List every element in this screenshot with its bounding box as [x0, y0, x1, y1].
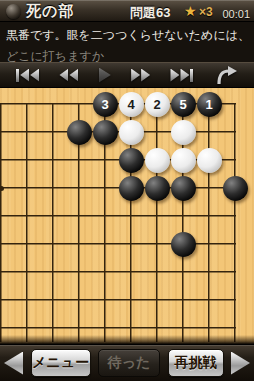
- board-cell[interactable]: [92, 258, 118, 286]
- board-cell[interactable]: [14, 174, 40, 202]
- board-cell[interactable]: [14, 258, 40, 286]
- board-cell[interactable]: [222, 90, 248, 118]
- board-cell[interactable]: [222, 146, 248, 174]
- stone-black: [67, 120, 92, 145]
- board-cell[interactable]: [0, 258, 14, 286]
- play-icon[interactable]: [99, 68, 111, 83]
- board-cell[interactable]: [66, 230, 92, 258]
- star-count: ×3: [199, 5, 213, 19]
- board-cell[interactable]: [118, 202, 144, 230]
- board-cell[interactable]: [0, 202, 14, 230]
- board-cell[interactable]: [40, 286, 66, 314]
- board-cell[interactable]: [222, 258, 248, 286]
- section-title: 死の部: [26, 2, 74, 21]
- board-cell[interactable]: [92, 174, 118, 202]
- board-cell[interactable]: [196, 230, 222, 258]
- stone-black-move-3: 3: [93, 92, 118, 117]
- undo-arrow-icon[interactable]: [214, 65, 238, 85]
- fast-forward-icon[interactable]: [131, 69, 150, 82]
- skip-to-start-icon[interactable]: [16, 69, 39, 82]
- board-cell[interactable]: [170, 118, 196, 146]
- board-cell[interactable]: [0, 118, 14, 146]
- board-cell[interactable]: [66, 90, 92, 118]
- board-cell[interactable]: [118, 118, 144, 146]
- skip-to-end-icon[interactable]: [170, 69, 193, 82]
- app-screen: 死の部 問題63 ★ ×3 00:01 黒番です。眼を二つつくらせないためには、…: [0, 0, 254, 381]
- board-cell[interactable]: [40, 90, 66, 118]
- board-cell[interactable]: [170, 230, 196, 258]
- board-cell[interactable]: [0, 286, 14, 314]
- stone-white: [119, 120, 144, 145]
- board-cell[interactable]: [118, 230, 144, 258]
- rewind-icon[interactable]: [59, 69, 78, 82]
- board-cell[interactable]: [118, 286, 144, 314]
- board-cell[interactable]: [222, 202, 248, 230]
- board-cell[interactable]: [66, 146, 92, 174]
- stone-black: [223, 176, 248, 201]
- prev-arrow-button[interactable]: [4, 352, 23, 375]
- stone-white: [197, 148, 222, 173]
- board-cell[interactable]: [170, 174, 196, 202]
- board-cell[interactable]: [66, 202, 92, 230]
- stone-white: [171, 120, 196, 145]
- board-cell[interactable]: [144, 258, 170, 286]
- board-bottom-shadow: [0, 335, 254, 344]
- retry-button[interactable]: 再挑戦: [168, 349, 224, 377]
- board-cell[interactable]: [144, 174, 170, 202]
- go-board[interactable]: 34251: [0, 88, 254, 344]
- board-cell[interactable]: [92, 202, 118, 230]
- transport-bar: [0, 62, 254, 88]
- board-cell[interactable]: [40, 146, 66, 174]
- stone-black-move-5: 5: [171, 92, 196, 117]
- board-cell[interactable]: 1: [196, 90, 222, 118]
- stone-white: [145, 148, 170, 173]
- board-cell[interactable]: [40, 230, 66, 258]
- board-cell[interactable]: 3: [92, 90, 118, 118]
- board-cell[interactable]: [196, 202, 222, 230]
- star-point: [0, 186, 4, 191]
- board-cell[interactable]: 5: [170, 90, 196, 118]
- star-icon: ★: [184, 3, 197, 19]
- stone-black-move-1: 1: [197, 92, 222, 117]
- board-cell[interactable]: [14, 146, 40, 174]
- board-cell[interactable]: [14, 230, 40, 258]
- board-cell[interactable]: [196, 258, 222, 286]
- board-cell[interactable]: [144, 118, 170, 146]
- board-cell[interactable]: [66, 174, 92, 202]
- timer: 00:01: [222, 8, 250, 20]
- board-cell[interactable]: [0, 146, 14, 174]
- board-cell[interactable]: [40, 118, 66, 146]
- board-cell[interactable]: [92, 118, 118, 146]
- stone-black: [145, 176, 170, 201]
- board-cell[interactable]: [14, 90, 40, 118]
- header-bar: 死の部 問題63 ★ ×3 00:01: [0, 0, 254, 22]
- board-cell[interactable]: [92, 230, 118, 258]
- board-cell[interactable]: [144, 146, 170, 174]
- board-cell[interactable]: [92, 146, 118, 174]
- board-cell[interactable]: [196, 286, 222, 314]
- board-cell[interactable]: 4: [118, 90, 144, 118]
- board-cell[interactable]: [170, 202, 196, 230]
- instruction-line-1: 黒番です。眼を二つつくらせないためには、: [6, 27, 250, 44]
- board-cell[interactable]: [222, 286, 248, 314]
- board-cell[interactable]: [196, 174, 222, 202]
- stone-white-move-2: 2: [145, 92, 170, 117]
- stone-white: [171, 148, 196, 173]
- board-cell[interactable]: [196, 146, 222, 174]
- board-cell[interactable]: [40, 174, 66, 202]
- board-cell[interactable]: [66, 258, 92, 286]
- board-cell[interactable]: [66, 286, 92, 314]
- board-cell[interactable]: [170, 258, 196, 286]
- bottom-toolbar: メニュー 待った 再挑戦: [0, 344, 254, 381]
- problem-number: 問題63: [130, 4, 170, 22]
- black-stone-sphere-icon: [6, 4, 21, 19]
- board-cell[interactable]: [0, 90, 14, 118]
- board-cell[interactable]: [118, 174, 144, 202]
- stone-black: [171, 176, 196, 201]
- board-cell[interactable]: [118, 146, 144, 174]
- stone-white-move-4: 4: [119, 92, 144, 117]
- board-cell[interactable]: [222, 118, 248, 146]
- board-cell[interactable]: [40, 258, 66, 286]
- board-cell[interactable]: [66, 118, 92, 146]
- board-grid: 34251: [0, 90, 248, 342]
- stone-black: [119, 148, 144, 173]
- board-cell[interactable]: [92, 286, 118, 314]
- stone-black: [171, 232, 196, 257]
- stone-black: [119, 176, 144, 201]
- menu-button[interactable]: メニュー: [31, 349, 91, 377]
- board-cell[interactable]: [0, 230, 14, 258]
- board-cell[interactable]: [14, 286, 40, 314]
- board-cell[interactable]: [118, 258, 144, 286]
- undo-move-button[interactable]: 待った: [98, 349, 160, 377]
- board-cell[interactable]: [14, 202, 40, 230]
- board-cell[interactable]: 2: [144, 90, 170, 118]
- board-cell[interactable]: [170, 146, 196, 174]
- board-cell[interactable]: [222, 174, 248, 202]
- board-cell[interactable]: [14, 118, 40, 146]
- next-arrow-button[interactable]: [231, 352, 250, 375]
- board-cell[interactable]: [144, 230, 170, 258]
- board-cell[interactable]: [170, 286, 196, 314]
- board-cell[interactable]: [144, 202, 170, 230]
- board-cell[interactable]: [222, 230, 248, 258]
- board-cell[interactable]: [40, 202, 66, 230]
- stone-black: [93, 120, 118, 145]
- board-cell[interactable]: [144, 286, 170, 314]
- board-cell[interactable]: [196, 118, 222, 146]
